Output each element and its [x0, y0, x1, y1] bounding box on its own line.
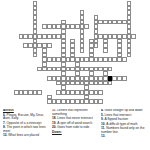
clue-number: 19.: [52, 121, 57, 125]
clue-number: 18.: [52, 116, 57, 120]
clue-item: 20. Goes from side to side: [52, 126, 98, 130]
clue-column: Across6. Please, Excuse, My, Dear, Aunt,…: [3, 109, 49, 150]
clue-item: 8. The point in which two lines meet: [3, 126, 49, 133]
clue-item: 11. Numbers found only on the number lin…: [101, 127, 148, 134]
clue-number: 20.: [52, 125, 57, 129]
crossword-grid: [14, 1, 136, 104]
clue-item: 12. What lines are placed: [3, 134, 49, 138]
clue-number: 6.: [3, 113, 7, 117]
clue-item: 18. Lines that never intersect: [52, 117, 98, 121]
clue-item: 13.: [101, 135, 148, 139]
clue-item: 4. Goes straight up and down: [101, 109, 148, 113]
clue-section: Across6. Please, Excuse, My, Dear, Aunt,…: [0, 109, 150, 150]
clue-number: 13.: [101, 134, 105, 138]
clue-list-header: Across: [3, 109, 49, 113]
clue-number: 9.: [101, 117, 105, 121]
empty-cell: [131, 99, 136, 104]
clue-item: 6. Please, Excuse, My, Dear, Aunt, Sally…: [3, 114, 49, 121]
clue-column: 4. Goes straight up and down5. Lines tha…: [101, 109, 148, 150]
clue-number: 11.: [101, 126, 106, 130]
clue-number: 10.: [101, 122, 106, 126]
clue-number: 12.: [3, 133, 8, 137]
clue-number: 7.: [3, 121, 7, 125]
clue-column: 17. Letters that represent something18. …: [52, 109, 98, 150]
crossword-worksheet: Across6. Please, Excuse, My, Dear, Aunt,…: [0, 0, 150, 150]
clue-list-header: Down:: [52, 131, 98, 135]
clue-number: 5.: [101, 113, 105, 117]
clue-item: 9. A flipped fraction: [101, 118, 148, 122]
clue-number: 17.: [52, 109, 57, 112]
clue-item: 17. Letters that represent something: [52, 109, 98, 116]
clue-number: 8.: [3, 125, 7, 129]
